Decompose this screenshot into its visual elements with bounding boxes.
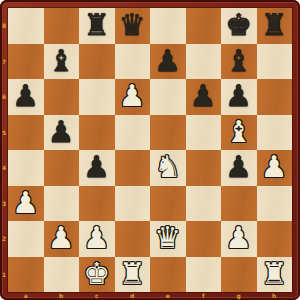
square-c2[interactable]: ♟ [79,221,115,257]
rank-label-2: 2 [0,221,8,257]
square-g1[interactable] [221,257,257,293]
square-c7[interactable] [79,44,115,80]
square-b5[interactable]: ♟ [44,115,80,151]
square-b3[interactable] [44,186,80,222]
square-a8[interactable] [8,8,44,44]
square-h1[interactable]: ♜ [257,257,293,293]
square-c4[interactable]: ♟ [79,150,115,186]
black-pawn[interactable]: ♟ [154,43,181,78]
square-d6[interactable]: ♟ [115,79,151,115]
square-h6[interactable] [257,79,293,115]
rank-label-3: 3 [0,186,8,222]
white-pawn[interactable]: ♟ [225,220,252,255]
square-h5[interactable] [257,115,293,151]
square-e1[interactable] [150,257,186,293]
black-king[interactable]: ♚ [225,7,252,42]
black-pawn[interactable]: ♟ [83,149,110,184]
file-label-e: e [150,292,186,300]
chess-board: ♜♛♚♜♝♟♝♟♟♟♟♟♝♟♞♟♟♟♟♟♛♟♚♜♜ [8,8,292,292]
file-label-f: f [186,292,222,300]
black-bishop[interactable]: ♝ [225,43,252,78]
square-a1[interactable] [8,257,44,293]
square-e8[interactable] [150,8,186,44]
white-pawn[interactable]: ♟ [261,149,288,184]
square-f6[interactable]: ♟ [186,79,222,115]
square-f7[interactable] [186,44,222,80]
square-d7[interactable] [115,44,151,80]
square-b2[interactable]: ♟ [44,221,80,257]
square-f3[interactable] [186,186,222,222]
black-pawn[interactable]: ♟ [225,78,252,113]
square-f5[interactable] [186,115,222,151]
square-f1[interactable] [186,257,222,293]
square-d4[interactable] [115,150,151,186]
chess-board-frame: ♜♛♚♜♝♟♝♟♟♟♟♟♝♟♞♟♟♟♟♟♛♟♚♜♜ 87654321 abcde… [0,0,300,300]
white-pawn[interactable]: ♟ [83,220,110,255]
square-d2[interactable] [115,221,151,257]
white-bishop[interactable]: ♝ [225,114,252,149]
square-c8[interactable]: ♜ [79,8,115,44]
square-e3[interactable] [150,186,186,222]
square-b4[interactable] [44,150,80,186]
rank-label-7: 7 [0,44,8,80]
square-c5[interactable] [79,115,115,151]
square-b8[interactable] [44,8,80,44]
square-g7[interactable]: ♝ [221,44,257,80]
square-e6[interactable] [150,79,186,115]
white-pawn[interactable]: ♟ [48,220,75,255]
white-rook[interactable]: ♜ [119,256,146,291]
square-b6[interactable] [44,79,80,115]
square-a5[interactable] [8,115,44,151]
rank-label-5: 5 [0,115,8,151]
square-e2[interactable]: ♛ [150,221,186,257]
square-e7[interactable]: ♟ [150,44,186,80]
white-pawn[interactable]: ♟ [119,78,146,113]
square-c3[interactable] [79,186,115,222]
square-f4[interactable] [186,150,222,186]
square-a4[interactable] [8,150,44,186]
rank-label-8: 8 [0,8,8,44]
white-pawn[interactable]: ♟ [12,185,39,220]
black-pawn[interactable]: ♟ [12,78,39,113]
black-rook[interactable]: ♜ [261,7,288,42]
white-king[interactable]: ♚ [83,256,110,291]
square-c6[interactable] [79,79,115,115]
square-d8[interactable]: ♛ [115,8,151,44]
file-label-a: a [8,292,44,300]
square-h8[interactable]: ♜ [257,8,293,44]
square-b7[interactable]: ♝ [44,44,80,80]
white-rook[interactable]: ♜ [261,256,288,291]
square-h4[interactable]: ♟ [257,150,293,186]
square-h3[interactable] [257,186,293,222]
square-d3[interactable] [115,186,151,222]
square-g2[interactable]: ♟ [221,221,257,257]
black-queen[interactable]: ♛ [119,7,146,42]
black-pawn[interactable]: ♟ [190,78,217,113]
rank-label-4: 4 [0,150,8,186]
square-f8[interactable] [186,8,222,44]
square-d1[interactable]: ♜ [115,257,151,293]
black-pawn[interactable]: ♟ [225,149,252,184]
square-d5[interactable] [115,115,151,151]
file-label-g: g [221,292,257,300]
square-h7[interactable] [257,44,293,80]
file-labels: abcdefgh [8,292,292,300]
file-label-h: h [257,292,293,300]
square-e4[interactable]: ♞ [150,150,186,186]
file-label-b: b [44,292,80,300]
square-c1[interactable]: ♚ [79,257,115,293]
file-label-d: d [115,292,151,300]
square-g4[interactable]: ♟ [221,150,257,186]
white-knight[interactable]: ♞ [154,149,181,184]
square-a6[interactable]: ♟ [8,79,44,115]
square-g8[interactable]: ♚ [221,8,257,44]
black-bishop[interactable]: ♝ [48,43,75,78]
square-a7[interactable] [8,44,44,80]
white-queen[interactable]: ♛ [154,220,181,255]
square-g6[interactable]: ♟ [221,79,257,115]
square-f2[interactable] [186,221,222,257]
rank-label-1: 1 [0,257,8,293]
square-a2[interactable] [8,221,44,257]
square-g5[interactable]: ♝ [221,115,257,151]
square-e5[interactable] [150,115,186,151]
square-g3[interactable] [221,186,257,222]
rank-labels: 87654321 [0,8,8,292]
square-h2[interactable] [257,221,293,257]
file-label-c: c [79,292,115,300]
rank-label-6: 6 [0,79,8,115]
black-rook[interactable]: ♜ [83,7,110,42]
black-pawn[interactable]: ♟ [48,114,75,149]
square-b1[interactable] [44,257,80,293]
square-a3[interactable]: ♟ [8,186,44,222]
